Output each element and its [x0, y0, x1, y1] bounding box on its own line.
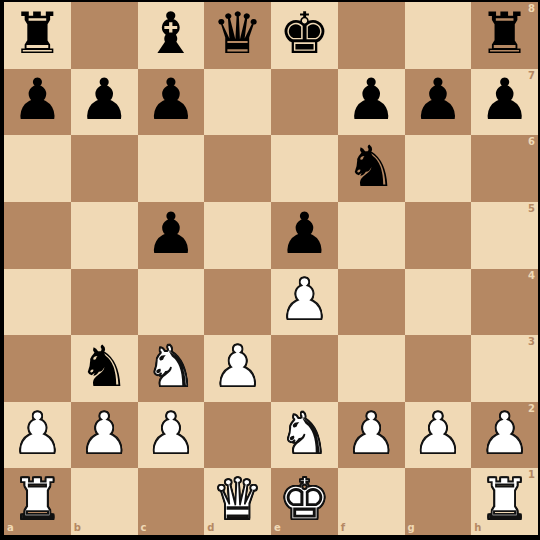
- rank-label-4: 4: [528, 271, 535, 281]
- file-label-g: g: [408, 523, 415, 533]
- square-c8[interactable]: ♝: [138, 2, 205, 69]
- piece-white-knight[interactable]: ♞: [279, 405, 330, 462]
- square-e8[interactable]: ♚: [271, 2, 338, 69]
- rank-label-8: 8: [528, 4, 535, 14]
- piece-white-rook[interactable]: ♜: [12, 471, 63, 528]
- square-a7[interactable]: ♟: [4, 69, 71, 136]
- square-b5[interactable]: [71, 202, 138, 269]
- file-label-e: e: [274, 523, 281, 533]
- square-a3[interactable]: [4, 335, 71, 402]
- file-label-h: h: [474, 523, 481, 533]
- piece-black-pawn[interactable]: ♟: [279, 205, 330, 262]
- square-b7[interactable]: ♟: [71, 69, 138, 136]
- piece-white-pawn[interactable]: ♟: [79, 405, 130, 462]
- file-label-a: a: [7, 523, 14, 533]
- square-g5[interactable]: [405, 202, 472, 269]
- square-d7[interactable]: [204, 69, 271, 136]
- piece-black-knight[interactable]: ♞: [346, 138, 397, 195]
- square-d2[interactable]: [204, 402, 271, 469]
- piece-white-rook[interactable]: ♜: [479, 471, 530, 528]
- rank-label-5: 5: [528, 204, 535, 214]
- square-f6[interactable]: ♞: [338, 135, 405, 202]
- piece-black-pawn[interactable]: ♟: [346, 71, 397, 128]
- square-e6[interactable]: [271, 135, 338, 202]
- piece-white-knight[interactable]: ♞: [145, 338, 196, 395]
- square-b1[interactable]: b: [71, 468, 138, 535]
- piece-white-pawn[interactable]: ♟: [346, 405, 397, 462]
- square-a1[interactable]: ♜a: [4, 468, 71, 535]
- piece-white-pawn[interactable]: ♟: [412, 405, 463, 462]
- square-b2[interactable]: ♟: [71, 402, 138, 469]
- rank-label-6: 6: [528, 137, 535, 147]
- piece-black-queen[interactable]: ♛: [212, 5, 263, 62]
- square-g8[interactable]: [405, 2, 472, 69]
- square-f7[interactable]: ♟: [338, 69, 405, 136]
- square-g2[interactable]: ♟: [405, 402, 472, 469]
- rank-label-7: 7: [528, 71, 535, 81]
- square-h5[interactable]: 5: [471, 202, 538, 269]
- piece-white-pawn[interactable]: ♟: [279, 271, 330, 328]
- piece-black-bishop[interactable]: ♝: [145, 5, 196, 62]
- square-e3[interactable]: [271, 335, 338, 402]
- square-f5[interactable]: [338, 202, 405, 269]
- piece-white-pawn[interactable]: ♟: [212, 338, 263, 395]
- piece-white-pawn[interactable]: ♟: [145, 405, 196, 462]
- square-h1[interactable]: ♜1h: [471, 468, 538, 535]
- square-g4[interactable]: [405, 269, 472, 336]
- square-d5[interactable]: [204, 202, 271, 269]
- square-c7[interactable]: ♟: [138, 69, 205, 136]
- square-d1[interactable]: ♛d: [204, 468, 271, 535]
- piece-black-rook[interactable]: ♜: [479, 5, 530, 62]
- square-f8[interactable]: [338, 2, 405, 69]
- square-g6[interactable]: [405, 135, 472, 202]
- square-h4[interactable]: 4: [471, 269, 538, 336]
- square-h7[interactable]: ♟7: [471, 69, 538, 136]
- piece-white-pawn[interactable]: ♟: [479, 405, 530, 462]
- piece-white-queen[interactable]: ♛: [212, 471, 263, 528]
- piece-black-pawn[interactable]: ♟: [412, 71, 463, 128]
- square-b4[interactable]: [71, 269, 138, 336]
- chess-board-frame: ♜♝♛♚♜8♟♟♟♟♟♟7♞6♟♟5♟4♞♞♟3♟♟♟♞♟♟♟2♜abc♛d♚e…: [0, 0, 540, 540]
- rank-label-2: 2: [528, 404, 535, 414]
- file-label-b: b: [74, 523, 81, 533]
- square-a2[interactable]: ♟: [4, 402, 71, 469]
- square-h6[interactable]: 6: [471, 135, 538, 202]
- square-g7[interactable]: ♟: [405, 69, 472, 136]
- square-h2[interactable]: ♟2: [471, 402, 538, 469]
- square-c2[interactable]: ♟: [138, 402, 205, 469]
- square-e2[interactable]: ♞: [271, 402, 338, 469]
- piece-white-king[interactable]: ♚: [279, 471, 330, 528]
- square-f4[interactable]: [338, 269, 405, 336]
- square-d6[interactable]: [204, 135, 271, 202]
- square-e5[interactable]: ♟: [271, 202, 338, 269]
- square-g3[interactable]: [405, 335, 472, 402]
- square-f2[interactable]: ♟: [338, 402, 405, 469]
- square-h3[interactable]: 3: [471, 335, 538, 402]
- piece-black-pawn[interactable]: ♟: [12, 71, 63, 128]
- square-d4[interactable]: [204, 269, 271, 336]
- piece-white-pawn[interactable]: ♟: [12, 405, 63, 462]
- square-e1[interactable]: ♚e: [271, 468, 338, 535]
- square-c5[interactable]: ♟: [138, 202, 205, 269]
- chess-board: ♜♝♛♚♜8♟♟♟♟♟♟7♞6♟♟5♟4♞♞♟3♟♟♟♞♟♟♟2♜abc♛d♚e…: [4, 2, 538, 535]
- square-h8[interactable]: ♜8: [471, 2, 538, 69]
- square-a4[interactable]: [4, 269, 71, 336]
- square-b6[interactable]: [71, 135, 138, 202]
- file-label-f: f: [341, 523, 345, 533]
- piece-black-pawn[interactable]: ♟: [479, 71, 530, 128]
- piece-black-knight[interactable]: ♞: [79, 338, 130, 395]
- square-b8[interactable]: [71, 2, 138, 69]
- piece-black-king[interactable]: ♚: [279, 5, 330, 62]
- square-c4[interactable]: [138, 269, 205, 336]
- rank-label-1: 1: [528, 470, 535, 480]
- file-label-d: d: [207, 523, 214, 533]
- square-a8[interactable]: ♜: [4, 2, 71, 69]
- piece-black-pawn[interactable]: ♟: [145, 71, 196, 128]
- piece-black-pawn[interactable]: ♟: [145, 205, 196, 262]
- square-a5[interactable]: [4, 202, 71, 269]
- square-c6[interactable]: [138, 135, 205, 202]
- square-d8[interactable]: ♛: [204, 2, 271, 69]
- square-c3[interactable]: ♞: [138, 335, 205, 402]
- square-e4[interactable]: ♟: [271, 269, 338, 336]
- square-f3[interactable]: [338, 335, 405, 402]
- piece-black-rook[interactable]: ♜: [12, 5, 63, 62]
- rank-label-3: 3: [528, 337, 535, 347]
- square-a6[interactable]: [4, 135, 71, 202]
- square-d3[interactable]: ♟: [204, 335, 271, 402]
- square-e7[interactable]: [271, 69, 338, 136]
- file-label-c: c: [141, 523, 147, 533]
- square-b3[interactable]: ♞: [71, 335, 138, 402]
- square-f1[interactable]: f: [338, 468, 405, 535]
- square-g1[interactable]: g: [405, 468, 472, 535]
- square-c1[interactable]: c: [138, 468, 205, 535]
- piece-black-pawn[interactable]: ♟: [79, 71, 130, 128]
